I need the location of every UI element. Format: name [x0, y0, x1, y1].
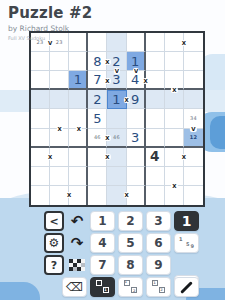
corner-preview-digit: 9	[191, 244, 194, 249]
entered-digit: 5	[93, 112, 101, 125]
normal-mode-icon: 1	[96, 280, 110, 294]
cell-r5c4[interactable]: 5	[88, 109, 107, 128]
cell-r8c1[interactable]	[31, 167, 50, 186]
gear-icon: ⚙	[49, 236, 60, 250]
cell-r9c4[interactable]	[88, 186, 107, 205]
entered-digit: 4	[131, 73, 139, 86]
page-title: Puzzle #2	[8, 4, 92, 22]
pencil-mark: 46	[113, 135, 120, 140]
pen-button[interactable]	[174, 277, 199, 297]
cell-r7c9[interactable]	[184, 148, 203, 167]
help-button[interactable]: ?	[44, 255, 64, 275]
puzzle-variant: Full XV Sudoku	[8, 35, 92, 41]
mode-corner-button[interactable]: 12	[118, 277, 143, 297]
mode-center-button[interactable]: 12	[146, 277, 171, 297]
delete-button[interactable]: ⌫	[62, 277, 87, 297]
cell-r3c4[interactable]: 7	[88, 71, 107, 90]
cell-r3c7[interactable]	[146, 71, 165, 90]
entered-digit: 3	[131, 131, 139, 144]
cell-r3c6[interactable]: 4	[127, 71, 146, 90]
cell-r8c3[interactable]	[69, 167, 88, 186]
wave-decoration	[210, 116, 225, 149]
cell-r6c8[interactable]	[165, 129, 184, 148]
cell-r5c1[interactable]	[31, 109, 50, 128]
cell-r7c5[interactable]	[107, 148, 126, 167]
cell-r6c4[interactable]: 46	[88, 129, 107, 148]
backspace-icon: ⌫	[66, 280, 83, 294]
cell-r6c6[interactable]: 3	[127, 129, 146, 148]
cell-r3c9[interactable]	[184, 71, 203, 90]
cell-r7c2[interactable]	[50, 148, 69, 167]
cell-r6c9[interactable]: 12	[184, 129, 203, 148]
sudoku-board: 2323821173421953446463124 VXXVVXXXXXXVXX…	[29, 31, 205, 207]
cell-r4c8[interactable]	[165, 90, 184, 109]
key-3[interactable]: 3	[146, 211, 171, 231]
pencil-mark: 12	[190, 135, 198, 140]
pencil-mark: 46	[94, 135, 101, 140]
cell-r3c2[interactable]	[50, 71, 69, 90]
redo-icon: ↷	[71, 234, 84, 252]
cell-r2c8[interactable]	[165, 52, 184, 71]
key-1[interactable]: 1	[90, 211, 115, 231]
cell-r9c7[interactable]	[146, 186, 165, 205]
key-7[interactable]: 7	[90, 255, 115, 275]
key-5[interactable]: 5	[118, 233, 143, 253]
entered-digit: 9	[131, 93, 139, 106]
cell-r8c4[interactable]	[88, 167, 107, 186]
entered-digit: 2	[93, 93, 101, 106]
cell-r4c9[interactable]	[184, 90, 203, 109]
mode-normal-button[interactable]: 1	[90, 277, 115, 297]
cell-r9c6[interactable]	[127, 186, 146, 205]
cell-r7c7[interactable]: 4	[146, 148, 165, 167]
entered-digit: 1	[112, 93, 120, 106]
cell-r7c6[interactable]	[127, 148, 146, 167]
cell-grid: 2323821173421953446463124	[31, 33, 203, 205]
key-8[interactable]: 8	[118, 255, 143, 275]
cell-r3c3[interactable]: 1	[69, 71, 88, 90]
cell-r3c8[interactable]	[165, 71, 184, 90]
entered-digit: 1	[131, 55, 139, 68]
cell-r2c6[interactable]: 1	[127, 52, 146, 71]
pencil-mark: 34	[190, 116, 197, 121]
puzzle-author: by Richard Stolk	[8, 24, 92, 33]
cell-r1c7[interactable]	[146, 33, 165, 52]
back-button[interactable]: <	[44, 211, 64, 231]
cell-r9c5[interactable]	[107, 186, 126, 205]
cell-r4c3[interactable]	[69, 90, 88, 109]
cell-r5c2[interactable]	[50, 109, 69, 128]
undo-button[interactable]: ↶	[66, 211, 88, 231]
key-6[interactable]: 6	[146, 233, 171, 253]
cell-r8c6[interactable]	[127, 167, 146, 186]
pen-icon	[180, 281, 193, 294]
wave-decoration	[0, 282, 40, 300]
cell-r4c5[interactable]: 1	[107, 90, 126, 109]
cell-r8c5[interactable]	[107, 167, 126, 186]
cell-r6c5[interactable]: 46	[107, 129, 126, 148]
cell-r8c7[interactable]	[146, 167, 165, 186]
mode-corner-preview[interactable]: 1 5 9	[174, 233, 199, 253]
palette-button[interactable]	[66, 255, 88, 275]
cell-r5c5[interactable]	[107, 109, 126, 128]
header: Puzzle #2 by Richard Stolk Full XV Sudok…	[8, 4, 92, 41]
cell-r8c8[interactable]	[165, 167, 184, 186]
cell-r4c4[interactable]: 2	[88, 90, 107, 109]
cell-r4c7[interactable]	[146, 90, 165, 109]
key-9[interactable]: 9	[146, 255, 171, 275]
key-2[interactable]: 2	[118, 211, 143, 231]
cell-r9c2[interactable]	[50, 186, 69, 205]
cell-r7c8[interactable]	[165, 148, 184, 167]
entered-digit: 7	[93, 73, 101, 86]
corner-preview-digit: 5	[186, 242, 189, 247]
cell-r2c4[interactable]: 8	[88, 52, 107, 71]
cell-r1c9[interactable]	[184, 33, 203, 52]
undo-icon: ↶	[71, 212, 84, 230]
cell-r9c1[interactable]	[31, 186, 50, 205]
cell-r3c1[interactable]	[31, 71, 50, 90]
mode-normal-preview[interactable]: 1	[174, 211, 199, 231]
cell-r2c2[interactable]	[50, 52, 69, 71]
sudoku-app: Puzzle #2 by Richard Stolk Full XV Sudok…	[0, 0, 225, 300]
corner-preview-digit: 1	[179, 237, 182, 242]
redo-button[interactable]: ↷	[66, 233, 88, 253]
cell-r2c3[interactable]	[69, 52, 88, 71]
cell-r9c3[interactable]	[69, 186, 88, 205]
cell-r4c6[interactable]: 9	[127, 90, 146, 109]
entered-digit: 1	[74, 73, 82, 86]
entered-digit: 2	[112, 55, 120, 68]
center-mode-icon: 12	[152, 280, 166, 294]
cell-r3c5[interactable]: 3	[107, 71, 126, 90]
cell-r9c8[interactable]	[165, 186, 184, 205]
cell-r5c6[interactable]	[127, 109, 146, 128]
cell-r8c2[interactable]	[50, 167, 69, 186]
cell-r1c8[interactable]	[165, 33, 184, 52]
cell-r2c1[interactable]	[31, 52, 50, 71]
cell-r1c5[interactable]	[107, 33, 126, 52]
cell-r2c9[interactable]	[184, 52, 203, 71]
checkerboard-icon	[69, 259, 85, 271]
cell-r5c7[interactable]	[146, 109, 165, 128]
cell-r4c2[interactable]	[50, 90, 69, 109]
cell-r5c3[interactable]	[69, 109, 88, 128]
key-4[interactable]: 4	[90, 233, 115, 253]
cell-r5c9[interactable]: 34	[184, 109, 203, 128]
cell-r7c4[interactable]	[88, 148, 107, 167]
cell-r6c7[interactable]	[146, 129, 165, 148]
entered-digit: 3	[112, 73, 120, 86]
corner-mode-icon: 12	[124, 280, 138, 294]
cell-r9c9[interactable]	[184, 186, 203, 205]
cell-r1c6[interactable]	[127, 33, 146, 52]
cell-r6c2[interactable]	[50, 129, 69, 148]
cell-r7c1[interactable]	[31, 148, 50, 167]
cell-r6c1[interactable]	[31, 129, 50, 148]
cell-r8c9[interactable]	[184, 167, 203, 186]
cell-r4c1[interactable]	[31, 90, 50, 109]
cell-r6c3[interactable]	[69, 129, 88, 148]
cell-r2c7[interactable]	[146, 52, 165, 71]
entered-digit: 8	[93, 55, 101, 68]
settings-button[interactable]: ⚙	[44, 233, 64, 253]
cell-r7c3[interactable]	[69, 148, 88, 167]
cell-r2c5[interactable]: 2	[107, 52, 126, 71]
given-digit: 4	[150, 150, 159, 164]
cell-r5c8[interactable]	[165, 109, 184, 128]
